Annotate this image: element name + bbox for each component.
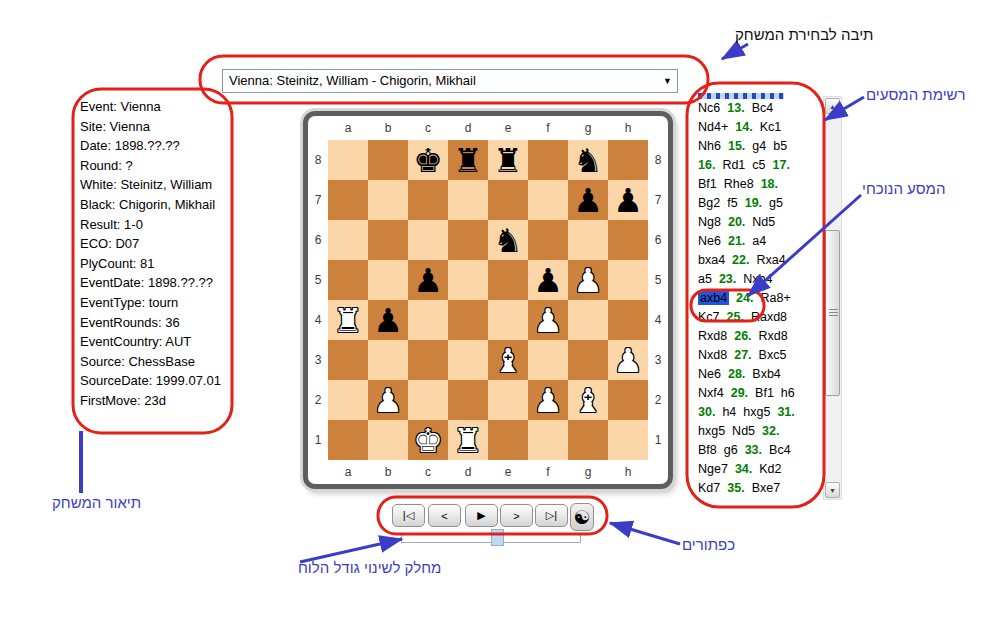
game-selector-value: Vienna: Steinitz, William - Chigorin, Mi…: [229, 73, 476, 88]
rank-label-2: 2: [648, 380, 668, 420]
dropdown-arrow-icon[interactable]: ▼: [659, 71, 676, 91]
square-f5: ♟: [528, 260, 568, 300]
white-pawn-b2: ♟: [373, 384, 403, 417]
file-label-g: g: [568, 116, 608, 140]
move-row: Kc725.Raxd8: [694, 308, 824, 327]
white-pawn-f4: ♟: [533, 304, 563, 337]
move-row: Bf8g633.Bc4: [694, 441, 824, 460]
move-row: axb424.Ra8+: [694, 289, 824, 308]
game-info-line: EventType: tourn: [80, 293, 240, 313]
move-row: bxa422.Rxa4: [694, 251, 824, 270]
move-number: 27.: [734, 348, 751, 362]
square-e8: ♜: [488, 140, 528, 180]
file-label-c: c: [408, 460, 448, 484]
annotation-game-info-label: תיאור המשחק: [52, 494, 141, 511]
rank-label-5: 5: [648, 260, 668, 300]
move[interactable]: bxa4: [698, 253, 725, 267]
move[interactable]: Kc7: [698, 310, 720, 324]
flip-board-button[interactable]: ☯: [570, 503, 594, 531]
move[interactable]: Ra8+: [761, 291, 791, 305]
move[interactable]: Nge7: [698, 462, 728, 476]
current-move[interactable]: axb4: [698, 291, 729, 305]
move[interactable]: Bg2: [698, 196, 720, 210]
rank-label-3: 3: [648, 340, 668, 380]
move-number: 35.: [727, 481, 744, 495]
move-number: 26.: [734, 329, 751, 343]
white-bishop-g2: ♝: [573, 384, 603, 417]
prev-move-button[interactable]: <: [428, 504, 461, 527]
file-label-h: h: [608, 460, 648, 484]
square-c6: [408, 220, 448, 260]
move-row: Bf1Rhe818.: [694, 175, 824, 194]
move-row: Kd735.Bxe7: [694, 479, 824, 498]
move-list-scrollbar[interactable]: ▲ ▼: [823, 96, 842, 500]
black-knight-g8: ♞: [573, 144, 603, 177]
move[interactable]: hxg5: [743, 405, 770, 419]
file-label-f: f: [528, 116, 568, 140]
move-row: Bg2f519.g5: [694, 194, 824, 213]
rank-label-6: 6: [648, 220, 668, 260]
square-g5: ♟: [568, 260, 608, 300]
black-knight-e6: ♞: [493, 224, 523, 257]
game-info-line: EventRounds: 36: [80, 313, 240, 333]
rank-label-5: 5: [308, 260, 328, 300]
move-number: 13.: [727, 101, 744, 115]
square-g8: ♞: [568, 140, 608, 180]
game-info-line: Event: Vienna: [80, 97, 240, 117]
move-number: 24.: [736, 291, 753, 305]
next-move-button[interactable]: >: [500, 504, 533, 527]
move-number: 33.: [745, 443, 762, 457]
square-d1: ♜: [448, 420, 488, 460]
game-info-line: SourceDate: 1999.07.01: [80, 371, 240, 391]
move-list: Nc613.Bc4Nd4+14.Kc1Nh615.g4b516.Rd1c517.…: [694, 93, 824, 505]
rank-label-4: 4: [308, 300, 328, 340]
move-number: 22.: [732, 253, 749, 267]
scroll-up-icon[interactable]: ▲: [825, 98, 840, 114]
move[interactable]: Kd2: [759, 462, 781, 476]
move[interactable]: h6: [781, 386, 795, 400]
square-a3: [328, 340, 368, 380]
black-pawn-b4: ♟: [373, 304, 403, 337]
rank-label-1: 1: [648, 420, 668, 460]
square-f2: ♟: [528, 380, 568, 420]
square-b6: [368, 220, 408, 260]
move-number: 25.: [727, 310, 744, 324]
move-row: Nd4+14.Kc1: [694, 118, 824, 137]
move-number: 14.: [735, 120, 752, 134]
move-row: Ne621.a4: [694, 232, 824, 251]
move-row: Ne628.Bxb4: [694, 365, 824, 384]
move[interactable]: Rd1: [722, 158, 745, 172]
board-corner: [648, 116, 668, 140]
rank-label-2: 2: [308, 380, 328, 420]
square-h2: [608, 380, 648, 420]
game-info-line: Round: ?: [80, 156, 240, 176]
file-label-a: a: [328, 460, 368, 484]
square-g1: [568, 420, 608, 460]
game-info-line: Site: Vienna: [80, 117, 240, 137]
move-number: 15.: [728, 139, 745, 153]
move[interactable]: Kc1: [760, 120, 782, 134]
white-bishop-e3: ♝: [493, 344, 523, 377]
square-h1: [608, 420, 648, 460]
square-a2: [328, 380, 368, 420]
rank-label-6: 6: [308, 220, 328, 260]
move[interactable]: Nxf4: [698, 386, 724, 400]
annotation-move-list-label: רשימת המסעים: [866, 86, 966, 103]
square-b4: ♟: [368, 300, 408, 340]
game-info-line: EventDate: 1898.??.??: [80, 273, 240, 293]
square-c5: ♟: [408, 260, 448, 300]
square-f8: [528, 140, 568, 180]
white-pawn-f2: ♟: [533, 384, 563, 417]
annotation-splitter-label: מחלק לשינוי גודל הלוח: [298, 559, 441, 576]
game-info-line: ECO: D07: [80, 234, 240, 254]
move[interactable]: Ne6: [698, 234, 721, 248]
move-number: 16.: [698, 158, 715, 172]
square-a7: [328, 180, 368, 220]
rank-label-8: 8: [308, 140, 328, 180]
move-row: Nge734.Kd2: [694, 460, 824, 479]
last-move-button[interactable]: ▷|: [535, 504, 568, 527]
chess-board: abcdefgh8♚♜♜♞87♟♟76♞65♟♟♟54♜♟♟43♝♟32♟♟♝2…: [303, 111, 673, 489]
black-king-c8: ♚: [413, 144, 443, 177]
square-d8: ♜: [448, 140, 488, 180]
square-f6: [528, 220, 568, 260]
move[interactable]: Ng8: [698, 215, 721, 229]
game-info-line: FirstMove: 23d: [80, 391, 240, 411]
annotation-game-select-label: תיבה לבחירת המשחק: [735, 26, 873, 43]
square-f4: ♟: [528, 300, 568, 340]
move-row: Nxf429.Bf1h6: [694, 384, 824, 403]
black-pawn-f5: ♟: [533, 264, 563, 297]
square-d2: [448, 380, 488, 420]
square-b2: ♟: [368, 380, 408, 420]
file-label-b: b: [368, 116, 408, 140]
board-corner: [308, 116, 328, 140]
move[interactable]: Bf1: [755, 386, 774, 400]
scrollbar-grip: [829, 309, 838, 317]
move-number: 31.: [777, 405, 794, 419]
square-c8: ♚: [408, 140, 448, 180]
move-row: 30.h4hxg531.: [694, 403, 824, 422]
move-row: Rxd826.Rxd8: [694, 327, 824, 346]
square-b7: [368, 180, 408, 220]
game-info-line: PlyCount: 81: [80, 254, 240, 274]
square-c2: [408, 380, 448, 420]
move[interactable]: Bf1: [698, 177, 717, 191]
move-row: Nc613.Bc4: [694, 99, 824, 118]
rank-label-8: 8: [648, 140, 668, 180]
board-corner: [308, 460, 328, 484]
file-label-e: e: [488, 116, 528, 140]
move-number: 23.: [719, 272, 736, 286]
arrow-to-buttons: [610, 523, 680, 544]
move[interactable]: Rxd8: [698, 329, 727, 343]
move[interactable]: Nxd8: [698, 348, 727, 362]
play-button[interactable]: ▶: [465, 504, 498, 527]
game-selector[interactable]: Vienna: Steinitz, William - Chigorin, Mi…: [222, 69, 678, 93]
file-label-a: a: [328, 116, 368, 140]
square-a1: [328, 420, 368, 460]
move[interactable]: a5: [698, 272, 712, 286]
move-row: 16.Rd1c517.: [694, 156, 824, 175]
move[interactable]: Bf8: [698, 443, 717, 457]
move-number: 29.: [731, 386, 748, 400]
square-c7: [408, 180, 448, 220]
square-h6: [608, 220, 648, 260]
file-label-d: d: [448, 460, 488, 484]
move[interactable]: c5: [752, 158, 765, 172]
move[interactable]: Rhe8: [724, 177, 754, 191]
move[interactable]: Kd7: [698, 481, 720, 495]
board-size-splitter-handle[interactable]: [491, 529, 504, 546]
white-rook-a4: ♜: [333, 304, 363, 337]
move[interactable]: Bc4: [752, 101, 774, 115]
move-row: Nxd827.Bxc5: [694, 346, 824, 365]
move[interactable]: a4: [752, 234, 766, 248]
scrollbar-thumb[interactable]: [825, 230, 840, 396]
square-e7: [488, 180, 528, 220]
first-move-button[interactable]: |◁: [392, 504, 425, 527]
game-info-line: EventCountry: AUT: [80, 332, 240, 352]
square-g6: [568, 220, 608, 260]
annotation-current-move-label: המסע הנוכחי: [862, 180, 945, 197]
square-g7: ♟: [568, 180, 608, 220]
game-info-line: Black: Chigorin, Mikhail: [80, 195, 240, 215]
white-pawn-h3: ♟: [613, 344, 643, 377]
move[interactable]: g5: [769, 196, 783, 210]
move[interactable]: g4: [752, 139, 766, 153]
square-h5: [608, 260, 648, 300]
file-label-b: b: [368, 460, 408, 484]
move-row: Nh615.g4b5: [694, 137, 824, 156]
game-info-line: Result: 1-0: [80, 215, 240, 235]
game-info-panel: Event: ViennaSite: ViennaDate: 1898.??.?…: [80, 97, 240, 411]
square-g2: ♝: [568, 380, 608, 420]
move-number: 20.: [728, 215, 745, 229]
move-number: 34.: [735, 462, 752, 476]
move[interactable]: Rxd8: [759, 329, 788, 343]
scroll-down-icon[interactable]: ▼: [825, 482, 840, 498]
black-pawn-g7: ♟: [573, 184, 603, 217]
file-label-c: c: [408, 116, 448, 140]
move[interactable]: Nh6: [698, 139, 721, 153]
move-row: hxg5Nd532.: [694, 422, 824, 441]
move[interactable]: Ne6: [698, 367, 721, 381]
square-a6: [328, 220, 368, 260]
square-d4: [448, 300, 488, 340]
board-corner: [648, 460, 668, 484]
file-label-d: d: [448, 116, 488, 140]
black-pawn-c5: ♟: [413, 264, 443, 297]
move-number: 32.: [762, 424, 779, 438]
file-label-h: h: [608, 116, 648, 140]
square-f7: [528, 180, 568, 220]
square-a5: [328, 260, 368, 300]
rank-label-1: 1: [308, 420, 328, 460]
square-c4: [408, 300, 448, 340]
white-pawn-g5: ♟: [573, 264, 603, 297]
square-e3: ♝: [488, 340, 528, 380]
square-a4: ♜: [328, 300, 368, 340]
move[interactable]: Nd4+: [698, 120, 728, 134]
square-d6: [448, 220, 488, 260]
square-b8: [368, 140, 408, 180]
square-h8: [608, 140, 648, 180]
square-e2: [488, 380, 528, 420]
black-rook-e8: ♜: [493, 144, 523, 177]
rank-label-7: 7: [648, 180, 668, 220]
square-b5: [368, 260, 408, 300]
game-info-line: Date: 1898.??.??: [80, 136, 240, 156]
rank-label-7: 7: [308, 180, 328, 220]
square-e6: ♞: [488, 220, 528, 260]
game-info-line: Source: ChessBase: [80, 352, 240, 372]
white-rook-d1: ♜: [453, 424, 483, 457]
rank-label-4: 4: [648, 300, 668, 340]
file-label-f: f: [528, 460, 568, 484]
file-label-e: e: [488, 460, 528, 484]
move[interactable]: Bxe7: [752, 481, 781, 495]
move[interactable]: Nc6: [698, 101, 720, 115]
move[interactable]: Nd5: [732, 424, 755, 438]
move[interactable]: b5: [773, 139, 787, 153]
square-d5: [448, 260, 488, 300]
move[interactable]: Rxa4: [757, 253, 786, 267]
move[interactable]: Bxc5: [759, 348, 787, 362]
rank-label-3: 3: [308, 340, 328, 380]
square-g3: [568, 340, 608, 380]
square-b3: [368, 340, 408, 380]
arrow-to-game-selector: [722, 44, 748, 59]
square-e4: [488, 300, 528, 340]
square-c3: [408, 340, 448, 380]
square-e5: [488, 260, 528, 300]
square-d7: [448, 180, 488, 220]
square-h3: ♟: [608, 340, 648, 380]
square-b1: [368, 420, 408, 460]
move[interactable]: Nd5: [752, 215, 775, 229]
file-label-g: g: [568, 460, 608, 484]
move-number: 28.: [728, 367, 745, 381]
game-info-line: White: Steinitz, William: [80, 175, 240, 195]
move-number: 17.: [773, 158, 790, 172]
square-g4: [568, 300, 608, 340]
square-e1: [488, 420, 528, 460]
move-number: 21.: [728, 234, 745, 248]
move[interactable]: g6: [724, 443, 738, 457]
move-number: 30.: [698, 405, 715, 419]
white-king-c1: ♚: [413, 424, 443, 457]
move[interactable]: f5: [727, 196, 737, 210]
square-h4: [608, 300, 648, 340]
move[interactable]: Bxb4: [752, 367, 781, 381]
move-number: 19.: [745, 196, 762, 210]
move[interactable]: hxg5: [698, 424, 725, 438]
move[interactable]: Raxd8: [751, 310, 787, 324]
move-row: a523.Nxb4: [694, 270, 824, 289]
square-f1: [528, 420, 568, 460]
move-number: 18.: [761, 177, 778, 191]
square-a8: [328, 140, 368, 180]
black-pawn-h7: ♟: [613, 184, 643, 217]
move[interactable]: Nxb4: [743, 272, 772, 286]
square-h7: ♟: [608, 180, 648, 220]
move-row: Ng820.Nd5: [694, 213, 824, 232]
black-rook-d8: ♜: [453, 144, 483, 177]
annotation-buttons-label: כפתורים: [682, 536, 735, 553]
square-f3: [528, 340, 568, 380]
move[interactable]: h4: [722, 405, 736, 419]
square-d3: [448, 340, 488, 380]
move[interactable]: Bc4: [769, 443, 791, 457]
square-c1: ♚: [408, 420, 448, 460]
